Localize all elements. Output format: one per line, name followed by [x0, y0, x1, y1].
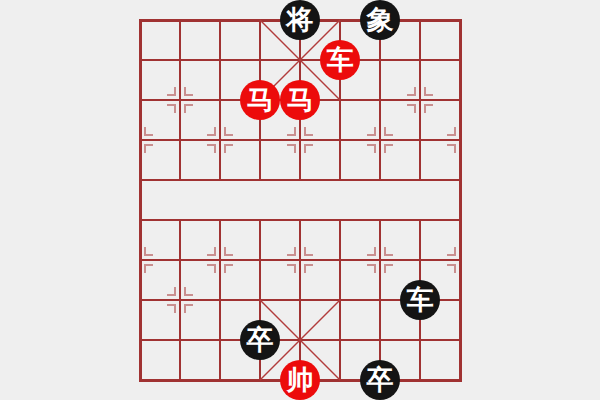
- position-marker: [224, 127, 226, 136]
- position-marker: [294, 144, 296, 153]
- position-marker: [414, 87, 416, 96]
- position-marker: [384, 247, 386, 256]
- position-marker: [304, 144, 306, 153]
- piece-red-horse-2[interactable]: 马: [280, 80, 320, 120]
- xiangqi-board: 将象车马马车卒帅卒: [0, 0, 600, 400]
- position-marker: [304, 264, 306, 273]
- grid-line: [219, 20, 221, 180]
- position-marker: [454, 247, 456, 256]
- position-marker: [214, 144, 216, 153]
- position-marker: [304, 127, 306, 136]
- piece-red-horse-1[interactable]: 马: [240, 80, 280, 120]
- grid-line: [179, 20, 181, 180]
- grid-line: [299, 220, 301, 380]
- position-marker: [454, 127, 456, 136]
- piece-red-general[interactable]: 帅: [280, 360, 320, 400]
- position-marker: [384, 127, 386, 136]
- piece-red-chariot[interactable]: 车: [320, 40, 360, 80]
- grid-line: [219, 220, 221, 380]
- position-marker: [304, 247, 306, 256]
- position-marker: [384, 144, 386, 153]
- position-marker: [424, 87, 426, 96]
- position-marker: [414, 104, 416, 113]
- grid-line: [179, 220, 181, 380]
- grid-line: [379, 220, 381, 380]
- position-marker: [374, 264, 376, 273]
- position-marker: [294, 264, 296, 273]
- piece-black-chariot[interactable]: 车: [400, 280, 440, 320]
- position-marker: [184, 104, 186, 113]
- position-marker: [144, 247, 146, 256]
- position-marker: [144, 144, 146, 153]
- position-marker: [144, 127, 146, 136]
- grid-line: [339, 220, 341, 380]
- position-marker: [374, 247, 376, 256]
- piece-black-soldier-1[interactable]: 卒: [240, 320, 280, 360]
- position-marker: [184, 304, 186, 313]
- position-marker: [374, 127, 376, 136]
- position-marker: [184, 87, 186, 96]
- position-marker: [224, 144, 226, 153]
- piece-black-general[interactable]: 将: [280, 0, 320, 40]
- piece-black-soldier-2[interactable]: 卒: [360, 360, 400, 400]
- grid-line: [419, 20, 421, 180]
- position-marker: [424, 104, 426, 113]
- position-marker: [294, 247, 296, 256]
- position-marker: [144, 264, 146, 273]
- position-marker: [294, 127, 296, 136]
- position-marker: [454, 144, 456, 153]
- position-marker: [174, 87, 176, 96]
- xiangqi-diagram: { "game": "xiangqi", "position": { "fen"…: [0, 0, 600, 400]
- grid-line: [379, 20, 381, 180]
- position-marker: [174, 304, 176, 313]
- position-marker: [224, 264, 226, 273]
- position-marker: [224, 247, 226, 256]
- position-marker: [214, 127, 216, 136]
- position-marker: [374, 144, 376, 153]
- position-marker: [384, 264, 386, 273]
- position-marker: [214, 264, 216, 273]
- position-marker: [184, 287, 186, 296]
- position-marker: [454, 264, 456, 273]
- position-marker: [174, 104, 176, 113]
- position-marker: [214, 247, 216, 256]
- position-marker: [174, 287, 176, 296]
- piece-black-elephant[interactable]: 象: [360, 0, 400, 40]
